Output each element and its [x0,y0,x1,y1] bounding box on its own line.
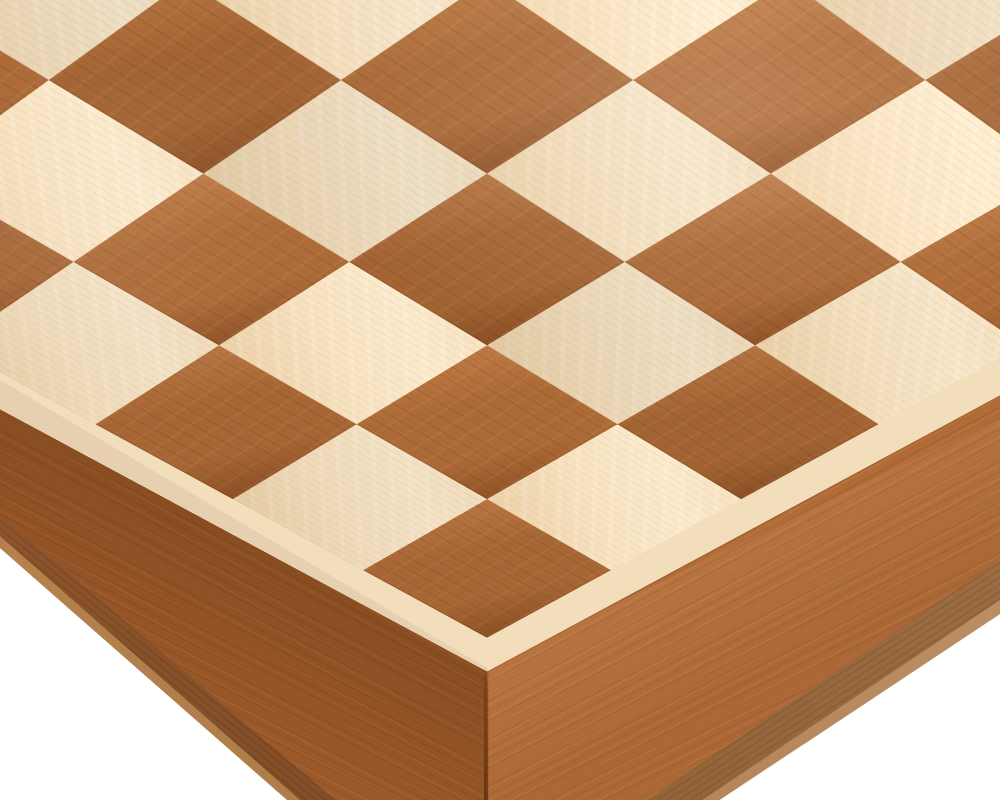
square-r4-c7 [771,80,1000,262]
square-r4-c5 [487,0,788,80]
square-r5-c5 [341,0,633,174]
square-r8-c8 [363,499,611,638]
square-r8-c6 [96,345,357,499]
square-r3-c6 [788,0,1000,80]
square-r4-c6 [633,0,925,174]
square-r8-c5 [0,262,219,424]
square-r7-c8 [487,424,741,570]
square-r5-c8 [755,262,1000,424]
frame-mitre-seam [484,666,488,800]
square-r6-c4 [49,0,341,174]
square-r7-c6 [219,262,487,424]
square-r6-c8 [617,345,878,499]
square-r3-c7 [925,0,1000,174]
square-r5-c4 [186,0,487,80]
chessboard-photo-scene [0,0,1000,800]
square-r6-c6 [349,174,625,346]
square-r5-c6 [487,80,771,262]
board-frame-near-right [265,0,1000,800]
square-r6-c7 [487,262,755,424]
squares-grid [0,0,1000,638]
square-r5-c7 [625,174,901,346]
maple-inlay-line [0,0,1000,672]
square-r7-c3 [0,0,49,174]
square-r8-c4 [0,174,73,346]
square-r6-c5 [203,80,487,262]
square-r7-c4 [0,80,203,262]
board-top-surface [0,0,1000,800]
square-r6-c3 [0,0,186,80]
square-r4-c8 [901,174,1000,346]
square-r7-c7 [357,345,618,499]
square-r7-c5 [73,174,349,346]
square-r8-c7 [233,424,487,570]
board-frame-near-left [0,0,709,800]
